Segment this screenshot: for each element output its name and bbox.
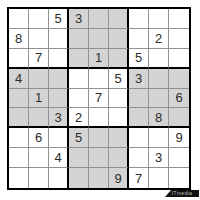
cell-r7c5[interactable] (89, 128, 109, 148)
cell-r7c4[interactable]: 5 (69, 128, 89, 148)
cell-r5c1[interactable] (9, 89, 29, 109)
cell-r9c3[interactable] (49, 168, 69, 188)
cell-r8c7[interactable] (129, 148, 149, 168)
cell-r4c2[interactable] (29, 69, 49, 89)
cell-r3c4[interactable] (69, 49, 89, 69)
cell-r7c1[interactable] (9, 128, 29, 148)
cell-r9c8[interactable] (149, 168, 169, 188)
cell-r2c7[interactable] (129, 29, 149, 49)
cell-r3c6[interactable] (109, 49, 129, 69)
cell-r5c2[interactable]: 1 (29, 89, 49, 109)
cell-r3c3[interactable] (49, 49, 69, 69)
cell-r3c2[interactable]: 7 (29, 49, 49, 69)
cell-r1c2[interactable] (29, 9, 49, 29)
cell-r4c4[interactable] (69, 69, 89, 89)
cell-r7c6[interactable] (109, 128, 129, 148)
cell-r7c9[interactable]: 9 (169, 128, 189, 148)
cell-r5c6[interactable] (109, 89, 129, 109)
cell-r8c4[interactable] (69, 148, 89, 168)
cell-r5c9[interactable]: 6 (169, 89, 189, 109)
cell-r3c5[interactable]: 1 (89, 49, 109, 69)
cell-r6c3[interactable]: 3 (49, 108, 69, 128)
watermark-badge: ITmedia (165, 190, 199, 197)
cell-r1c9[interactable] (169, 9, 189, 29)
cell-r5c5[interactable]: 7 (89, 89, 109, 109)
cell-r5c7[interactable] (129, 89, 149, 109)
cell-r3c9[interactable] (169, 49, 189, 69)
cell-r1c5[interactable] (89, 9, 109, 29)
cell-r1c8[interactable] (149, 9, 169, 29)
cell-r7c7[interactable] (129, 128, 149, 148)
cell-r6c8[interactable]: 8 (149, 108, 169, 128)
cell-r3c1[interactable] (9, 49, 29, 69)
cell-r2c9[interactable] (169, 29, 189, 49)
cell-r4c8[interactable] (149, 69, 169, 89)
cell-r2c6[interactable] (109, 29, 129, 49)
cell-r1c1[interactable] (9, 9, 29, 29)
cell-r6c1[interactable] (9, 108, 29, 128)
cell-r3c7[interactable]: 5 (129, 49, 149, 69)
cell-r2c1[interactable]: 8 (9, 29, 29, 49)
cell-r4c5[interactable] (89, 69, 109, 89)
cell-r9c1[interactable] (9, 168, 29, 188)
cell-r5c8[interactable] (149, 89, 169, 109)
cell-r4c9[interactable] (169, 69, 189, 89)
cell-r1c3[interactable]: 5 (49, 9, 69, 29)
cell-r9c4[interactable] (69, 168, 89, 188)
cell-r1c6[interactable] (109, 9, 129, 29)
cell-r2c5[interactable] (89, 29, 109, 49)
cell-r9c6[interactable]: 9 (109, 168, 129, 188)
sudoku-page: 53827154531763286594397 ITmedia (0, 0, 200, 200)
cell-r7c2[interactable]: 6 (29, 128, 49, 148)
cell-r7c3[interactable] (49, 128, 69, 148)
cell-r2c4[interactable] (69, 29, 89, 49)
cell-r2c2[interactable] (29, 29, 49, 49)
cell-r9c9[interactable] (169, 168, 189, 188)
cell-r8c9[interactable] (169, 148, 189, 168)
cell-r5c3[interactable] (49, 89, 69, 109)
sudoku-board: 53827154531763286594397 (7, 7, 191, 190)
cell-r8c3[interactable]: 4 (49, 148, 69, 168)
cell-r7c8[interactable] (149, 128, 169, 148)
cell-r9c2[interactable] (29, 168, 49, 188)
cell-r5c4[interactable] (69, 89, 89, 109)
cell-r4c3[interactable] (49, 69, 69, 89)
cell-r6c9[interactable] (169, 108, 189, 128)
watermark-label: ITmedia (172, 191, 193, 197)
cell-r1c4[interactable]: 3 (69, 9, 89, 29)
cell-r1c7[interactable] (129, 9, 149, 29)
cell-r2c8[interactable]: 2 (149, 29, 169, 49)
cell-r4c6[interactable]: 5 (109, 69, 129, 89)
cell-r8c2[interactable] (29, 148, 49, 168)
cell-r2c3[interactable] (49, 29, 69, 49)
cell-r8c6[interactable] (109, 148, 129, 168)
cell-r6c6[interactable] (109, 108, 129, 128)
cell-r9c7[interactable]: 7 (129, 168, 149, 188)
cell-r3c8[interactable] (149, 49, 169, 69)
cell-r6c5[interactable] (89, 108, 109, 128)
cell-r9c5[interactable] (89, 168, 109, 188)
cell-r6c7[interactable] (129, 108, 149, 128)
cell-r4c1[interactable]: 4 (9, 69, 29, 89)
cell-r6c4[interactable]: 2 (69, 108, 89, 128)
cell-r4c7[interactable]: 3 (129, 69, 149, 89)
cell-r8c5[interactable] (89, 148, 109, 168)
cell-r6c2[interactable] (29, 108, 49, 128)
cell-r8c8[interactable]: 3 (149, 148, 169, 168)
cell-r8c1[interactable] (9, 148, 29, 168)
